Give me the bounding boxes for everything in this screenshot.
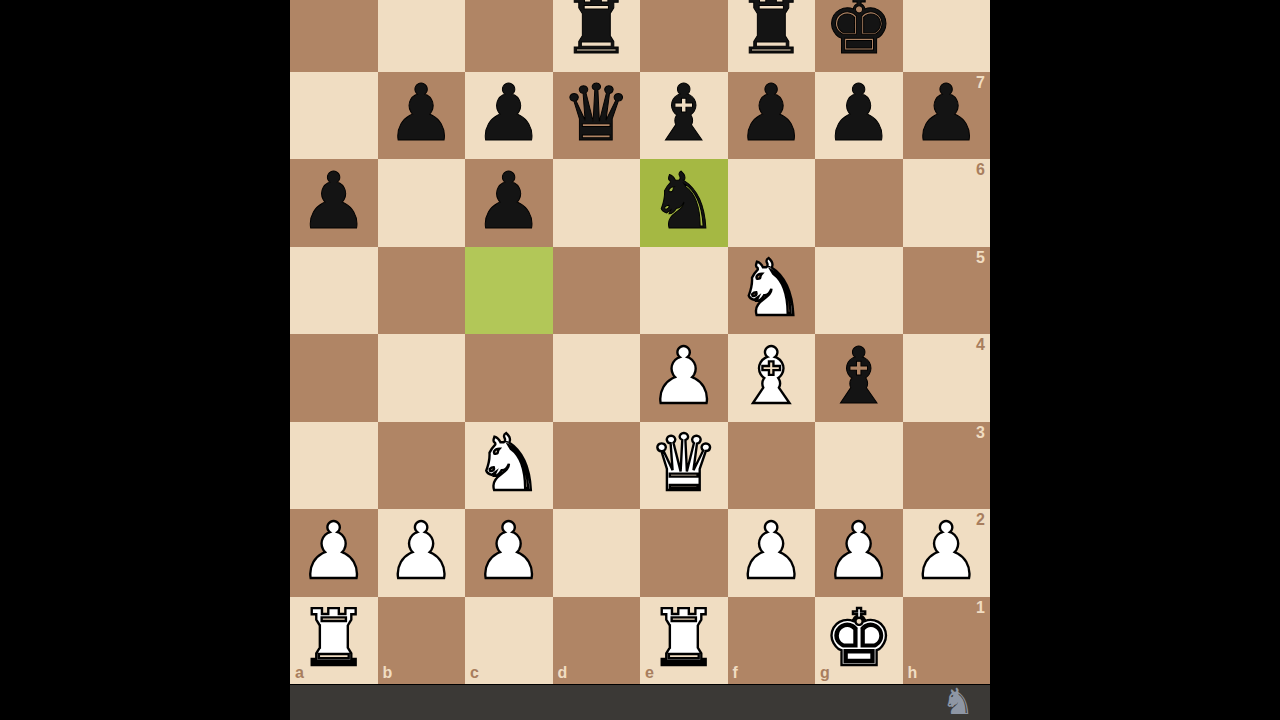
square-e4[interactable]: ♟: [640, 334, 728, 422]
square-g3[interactable]: [815, 422, 903, 510]
square-c5[interactable]: [465, 247, 553, 335]
square-h1[interactable]: 1h: [903, 597, 991, 685]
square-a8[interactable]: [290, 0, 378, 72]
video-frame: ♜♜♚8♟♟♛♝♟♟♟7♟♟♞6♞5♟♝♝4♞♛3♟♟♟♟♟♟2♜abcd♜ef…: [0, 0, 1280, 720]
square-c2[interactable]: ♟: [465, 509, 553, 597]
square-b2[interactable]: ♟: [378, 509, 466, 597]
file-label-a: a: [295, 665, 304, 681]
square-f5[interactable]: ♞: [728, 247, 816, 335]
square-c1[interactable]: c: [465, 597, 553, 685]
rank-label-5: 5: [976, 250, 985, 266]
piece-white-rook[interactable]: ♜: [649, 599, 719, 677]
square-d4[interactable]: [553, 334, 641, 422]
square-b1[interactable]: b: [378, 597, 466, 685]
file-label-b: b: [383, 665, 393, 681]
piece-black-pawn[interactable]: ♟: [911, 74, 981, 152]
rank-label-1: 1: [976, 600, 985, 616]
file-label-c: c: [470, 665, 479, 681]
file-label-h: h: [908, 665, 918, 681]
square-e3[interactable]: ♛: [640, 422, 728, 510]
piece-black-pawn[interactable]: ♟: [386, 74, 456, 152]
square-g4[interactable]: ♝: [815, 334, 903, 422]
square-g6[interactable]: [815, 159, 903, 247]
bottom-bar: ♞: [290, 685, 990, 720]
piece-black-rook[interactable]: ♜: [561, 0, 631, 65]
file-label-g: g: [820, 665, 830, 681]
square-c8[interactable]: [465, 0, 553, 72]
square-c7[interactable]: ♟: [465, 72, 553, 160]
piece-black-bishop[interactable]: ♝: [824, 337, 894, 415]
piece-black-king[interactable]: ♚: [824, 0, 894, 65]
chess-board: ♜♜♚8♟♟♛♝♟♟♟7♟♟♞6♞5♟♝♝4♞♛3♟♟♟♟♟♟2♜abcd♜ef…: [290, 0, 990, 684]
piece-white-knight[interactable]: ♞: [474, 424, 544, 502]
square-f6[interactable]: [728, 159, 816, 247]
square-e6[interactable]: ♞: [640, 159, 728, 247]
piece-white-pawn[interactable]: ♟: [649, 337, 719, 415]
square-b4[interactable]: [378, 334, 466, 422]
square-c4[interactable]: [465, 334, 553, 422]
piece-black-queen[interactable]: ♛: [561, 74, 631, 152]
piece-white-queen[interactable]: ♛: [649, 424, 719, 502]
square-g2[interactable]: ♟: [815, 509, 903, 597]
piece-white-king[interactable]: ♚: [824, 599, 894, 677]
square-c3[interactable]: ♞: [465, 422, 553, 510]
piece-black-pawn[interactable]: ♟: [474, 162, 544, 240]
piece-white-rook[interactable]: ♜: [299, 599, 369, 677]
knight-icon: ♞: [942, 684, 974, 720]
square-b5[interactable]: [378, 247, 466, 335]
square-g5[interactable]: [815, 247, 903, 335]
square-a5[interactable]: [290, 247, 378, 335]
square-h8[interactable]: 8: [903, 0, 991, 72]
piece-black-knight[interactable]: ♞: [649, 162, 719, 240]
square-f2[interactable]: ♟: [728, 509, 816, 597]
rank-label-8: 8: [976, 0, 985, 3]
square-b3[interactable]: [378, 422, 466, 510]
square-a6[interactable]: ♟: [290, 159, 378, 247]
piece-white-knight[interactable]: ♞: [736, 249, 806, 327]
square-h2[interactable]: ♟2: [903, 509, 991, 597]
piece-white-pawn[interactable]: ♟: [474, 512, 544, 590]
letterbox-right: [990, 0, 1280, 720]
piece-white-pawn[interactable]: ♟: [299, 512, 369, 590]
rank-label-2: 2: [976, 512, 985, 528]
piece-black-pawn[interactable]: ♟: [299, 162, 369, 240]
square-a3[interactable]: [290, 422, 378, 510]
square-d3[interactable]: [553, 422, 641, 510]
piece-white-bishop[interactable]: ♝: [736, 337, 806, 415]
piece-white-pawn[interactable]: ♟: [386, 512, 456, 590]
piece-white-pawn[interactable]: ♟: [911, 512, 981, 590]
square-h3[interactable]: 3: [903, 422, 991, 510]
square-c6[interactable]: ♟: [465, 159, 553, 247]
square-b7[interactable]: ♟: [378, 72, 466, 160]
piece-black-rook[interactable]: ♜: [736, 0, 806, 65]
square-a7[interactable]: [290, 72, 378, 160]
piece-black-pawn[interactable]: ♟: [736, 74, 806, 152]
square-e2[interactable]: [640, 509, 728, 597]
square-f4[interactable]: ♝: [728, 334, 816, 422]
square-e1[interactable]: ♜e: [640, 597, 728, 685]
square-g8[interactable]: ♚: [815, 0, 903, 72]
rank-label-6: 6: [976, 162, 985, 178]
file-label-f: f: [733, 665, 738, 681]
square-e8[interactable]: [640, 0, 728, 72]
square-e5[interactable]: [640, 247, 728, 335]
piece-white-pawn[interactable]: ♟: [824, 512, 894, 590]
square-d6[interactable]: [553, 159, 641, 247]
square-f3[interactable]: [728, 422, 816, 510]
square-g7[interactable]: ♟: [815, 72, 903, 160]
rank-label-3: 3: [976, 425, 985, 441]
square-a1[interactable]: ♜a: [290, 597, 378, 685]
square-d1[interactable]: d: [553, 597, 641, 685]
rank-label-4: 4: [976, 337, 985, 353]
square-a2[interactable]: ♟: [290, 509, 378, 597]
letterbox-left: [0, 0, 290, 720]
file-label-e: e: [645, 665, 654, 681]
square-f7[interactable]: ♟: [728, 72, 816, 160]
square-d7[interactable]: ♛: [553, 72, 641, 160]
square-b8[interactable]: [378, 0, 466, 72]
square-b6[interactable]: [378, 159, 466, 247]
square-h4[interactable]: 4: [903, 334, 991, 422]
square-e7[interactable]: ♝: [640, 72, 728, 160]
square-g1[interactable]: ♚g: [815, 597, 903, 685]
square-f1[interactable]: f: [728, 597, 816, 685]
square-h7[interactable]: ♟7: [903, 72, 991, 160]
square-d8[interactable]: ♜: [553, 0, 641, 72]
file-label-d: d: [558, 665, 568, 681]
square-d2[interactable]: [553, 509, 641, 597]
square-d5[interactable]: [553, 247, 641, 335]
piece-black-pawn[interactable]: ♟: [824, 74, 894, 152]
square-a4[interactable]: [290, 334, 378, 422]
piece-black-bishop[interactable]: ♝: [649, 74, 719, 152]
square-h6[interactable]: 6: [903, 159, 991, 247]
square-f8[interactable]: ♜: [728, 0, 816, 72]
square-h5[interactable]: 5: [903, 247, 991, 335]
piece-black-pawn[interactable]: ♟: [474, 74, 544, 152]
piece-white-pawn[interactable]: ♟: [736, 512, 806, 590]
rank-label-7: 7: [976, 75, 985, 91]
